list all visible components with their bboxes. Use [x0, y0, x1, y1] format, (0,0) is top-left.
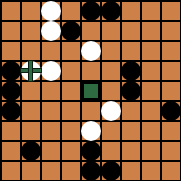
cell-f6[interactable] — [102, 62, 120, 80]
cell-c3[interactable] — [42, 122, 60, 140]
black-attacker-stone[interactable] — [1, 81, 21, 101]
cell-b4[interactable] — [22, 102, 40, 120]
cell-g7[interactable] — [122, 42, 140, 60]
cell-i2[interactable] — [162, 142, 180, 160]
cell-b3[interactable] — [22, 122, 40, 140]
cell-c8[interactable] — [42, 22, 60, 40]
black-attacker-stone[interactable] — [81, 1, 101, 21]
black-attacker-stone[interactable] — [161, 101, 181, 121]
cell-e1[interactable] — [82, 162, 100, 180]
cell-f4[interactable] — [102, 102, 120, 120]
cell-h2[interactable] — [142, 142, 160, 160]
cell-i6[interactable] — [162, 62, 180, 80]
cell-a3[interactable] — [2, 122, 20, 140]
cell-c6[interactable] — [42, 62, 60, 80]
black-attacker-stone[interactable] — [81, 141, 101, 161]
cell-f3[interactable] — [102, 122, 120, 140]
cell-b7[interactable] — [22, 42, 40, 60]
cell-f9[interactable] — [102, 2, 120, 20]
cell-c7[interactable] — [42, 42, 60, 60]
cell-a9[interactable] — [2, 2, 20, 20]
game-board — [0, 0, 181, 181]
cell-h7[interactable] — [142, 42, 160, 60]
king-cross-icon — [28, 60, 33, 82]
white-defender-stone[interactable] — [81, 41, 101, 61]
cell-c4[interactable] — [42, 102, 60, 120]
cell-i3[interactable] — [162, 122, 180, 140]
cell-i5[interactable] — [162, 82, 180, 100]
cell-h9[interactable] — [142, 2, 160, 20]
white-defender-stone[interactable] — [41, 61, 61, 81]
cell-g3[interactable] — [122, 122, 140, 140]
cell-g1[interactable] — [122, 162, 140, 180]
cell-d5[interactable] — [62, 82, 80, 100]
cell-g9[interactable] — [122, 2, 140, 20]
cell-g8[interactable] — [122, 22, 140, 40]
cell-c2[interactable] — [42, 142, 60, 160]
black-attacker-stone[interactable] — [1, 61, 21, 81]
cell-b2[interactable] — [22, 142, 40, 160]
cell-a6[interactable] — [2, 62, 20, 80]
cell-h5[interactable] — [142, 82, 160, 100]
black-attacker-stone[interactable] — [101, 1, 121, 21]
cell-a8[interactable] — [2, 22, 20, 40]
cell-c1[interactable] — [42, 162, 60, 180]
cell-d6[interactable] — [62, 62, 80, 80]
cell-d3[interactable] — [62, 122, 80, 140]
cell-b1[interactable] — [22, 162, 40, 180]
cell-h6[interactable] — [142, 62, 160, 80]
cell-b8[interactable] — [22, 22, 40, 40]
cell-e7[interactable] — [82, 42, 100, 60]
white-defender-stone[interactable] — [81, 121, 101, 141]
black-attacker-stone[interactable] — [121, 61, 141, 81]
cell-i1[interactable] — [162, 162, 180, 180]
cell-h1[interactable] — [142, 162, 160, 180]
black-attacker-stone[interactable] — [21, 141, 41, 161]
cell-d9[interactable] — [62, 2, 80, 20]
cell-d4[interactable] — [62, 102, 80, 120]
cell-a2[interactable] — [2, 142, 20, 160]
white-defender-stone[interactable] — [41, 1, 61, 21]
black-attacker-stone[interactable] — [61, 21, 81, 41]
cell-b5[interactable] — [22, 82, 40, 100]
black-attacker-stone[interactable] — [81, 161, 101, 181]
cell-e3[interactable] — [82, 122, 100, 140]
cell-i8[interactable] — [162, 22, 180, 40]
black-attacker-stone[interactable] — [121, 81, 141, 101]
cell-f1[interactable] — [102, 162, 120, 180]
cell-d7[interactable] — [62, 42, 80, 60]
cell-d2[interactable] — [62, 142, 80, 160]
cell-e9[interactable] — [82, 2, 100, 20]
cell-d1[interactable] — [62, 162, 80, 180]
white-defender-stone[interactable] — [41, 21, 61, 41]
cell-g6[interactable] — [122, 62, 140, 80]
cell-c5[interactable] — [42, 82, 60, 100]
black-attacker-stone[interactable] — [101, 161, 121, 181]
cell-f2[interactable] — [102, 142, 120, 160]
cell-g4[interactable] — [122, 102, 140, 120]
throne-square-e5[interactable] — [82, 82, 100, 100]
cell-a5[interactable] — [2, 82, 20, 100]
cell-e4[interactable] — [82, 102, 100, 120]
cell-c9[interactable] — [42, 2, 60, 20]
white-defender-stone[interactable] — [101, 101, 121, 121]
cell-h3[interactable] — [142, 122, 160, 140]
cell-i7[interactable] — [162, 42, 180, 60]
cell-a7[interactable] — [2, 42, 20, 60]
black-attacker-stone[interactable] — [1, 101, 21, 121]
cell-f8[interactable] — [102, 22, 120, 40]
cell-i4[interactable] — [162, 102, 180, 120]
cell-h8[interactable] — [142, 22, 160, 40]
cell-d8[interactable] — [62, 22, 80, 40]
cell-a1[interactable] — [2, 162, 20, 180]
cell-f5[interactable] — [102, 82, 120, 100]
cell-a4[interactable] — [2, 102, 20, 120]
cell-b9[interactable] — [22, 2, 40, 20]
cell-e2[interactable] — [82, 142, 100, 160]
cell-h4[interactable] — [142, 102, 160, 120]
cell-e8[interactable] — [82, 22, 100, 40]
cell-b6[interactable] — [22, 62, 40, 80]
cell-g5[interactable] — [122, 82, 140, 100]
cell-g2[interactable] — [122, 142, 140, 160]
cell-i9[interactable] — [162, 2, 180, 20]
cell-e6[interactable] — [82, 62, 100, 80]
cell-f7[interactable] — [102, 42, 120, 60]
